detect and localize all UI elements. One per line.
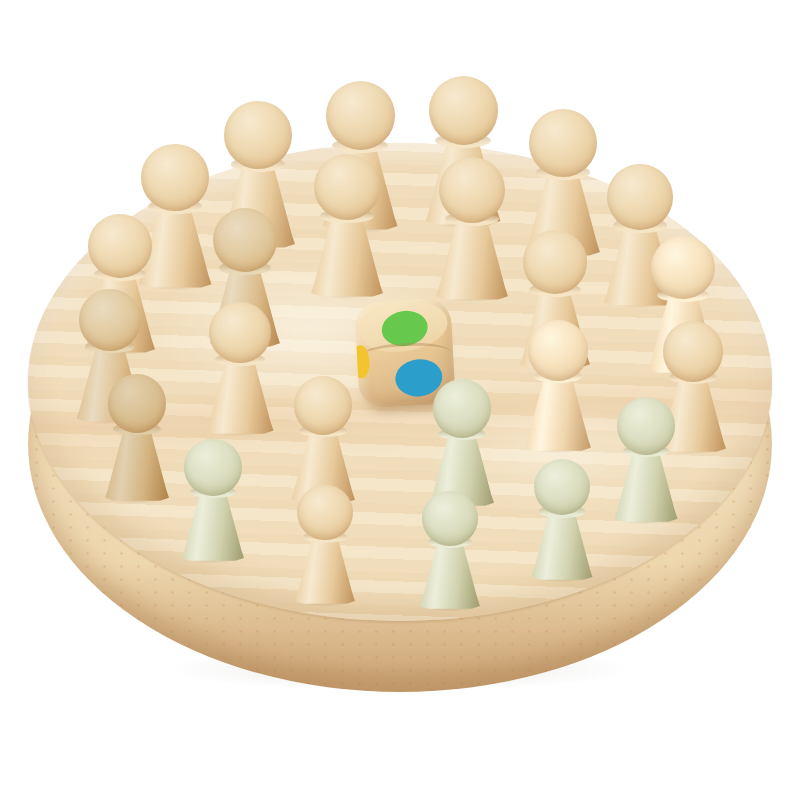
peg-body — [295, 533, 355, 604]
peg-outer-9[interactable] — [420, 491, 480, 610]
peg-body — [436, 215, 508, 300]
peg-head — [314, 154, 380, 220]
peg-head — [108, 374, 167, 433]
peg-head — [213, 208, 277, 272]
peg-head — [88, 214, 152, 278]
peg-head — [326, 81, 395, 150]
peg-head — [529, 109, 597, 177]
peg-head — [297, 485, 352, 540]
peg-head — [523, 230, 587, 294]
peg-head — [429, 76, 498, 145]
peg-inner-5[interactable] — [430, 379, 494, 507]
peg-outer-11[interactable] — [182, 439, 244, 562]
peg-outer-8[interactable] — [532, 459, 593, 581]
peg-body — [615, 447, 678, 521]
peg-inner-7[interactable] — [207, 302, 274, 435]
peg-head — [184, 439, 241, 496]
peg-body — [420, 539, 480, 609]
peg-head — [79, 289, 141, 351]
peg-head — [651, 236, 714, 299]
peg-head — [294, 376, 353, 435]
peg-outer-10[interactable] — [295, 485, 355, 605]
pieces-layer — [0, 0, 800, 800]
peg-outer-12[interactable] — [105, 374, 169, 502]
peg-head — [209, 302, 271, 363]
peg-inner-4[interactable] — [525, 320, 591, 452]
peg-body — [311, 212, 383, 297]
peg-body — [525, 373, 591, 451]
peg-head — [433, 379, 492, 438]
peg-body — [105, 425, 169, 501]
peg-head — [534, 459, 590, 515]
peg-head — [224, 101, 292, 169]
peg-body — [532, 508, 593, 580]
peg-head — [663, 321, 724, 382]
scene — [0, 0, 800, 800]
peg-outer-7[interactable] — [615, 397, 678, 523]
peg-head — [617, 397, 675, 455]
peg-inner-2[interactable] — [436, 157, 508, 301]
peg-head — [141, 144, 208, 211]
peg-inner-1[interactable] — [311, 154, 383, 298]
peg-head — [607, 164, 673, 230]
peg-head — [422, 491, 477, 546]
peg-head — [528, 320, 589, 381]
peg-head — [439, 157, 505, 223]
peg-body — [182, 488, 244, 561]
peg-body — [207, 355, 274, 433]
